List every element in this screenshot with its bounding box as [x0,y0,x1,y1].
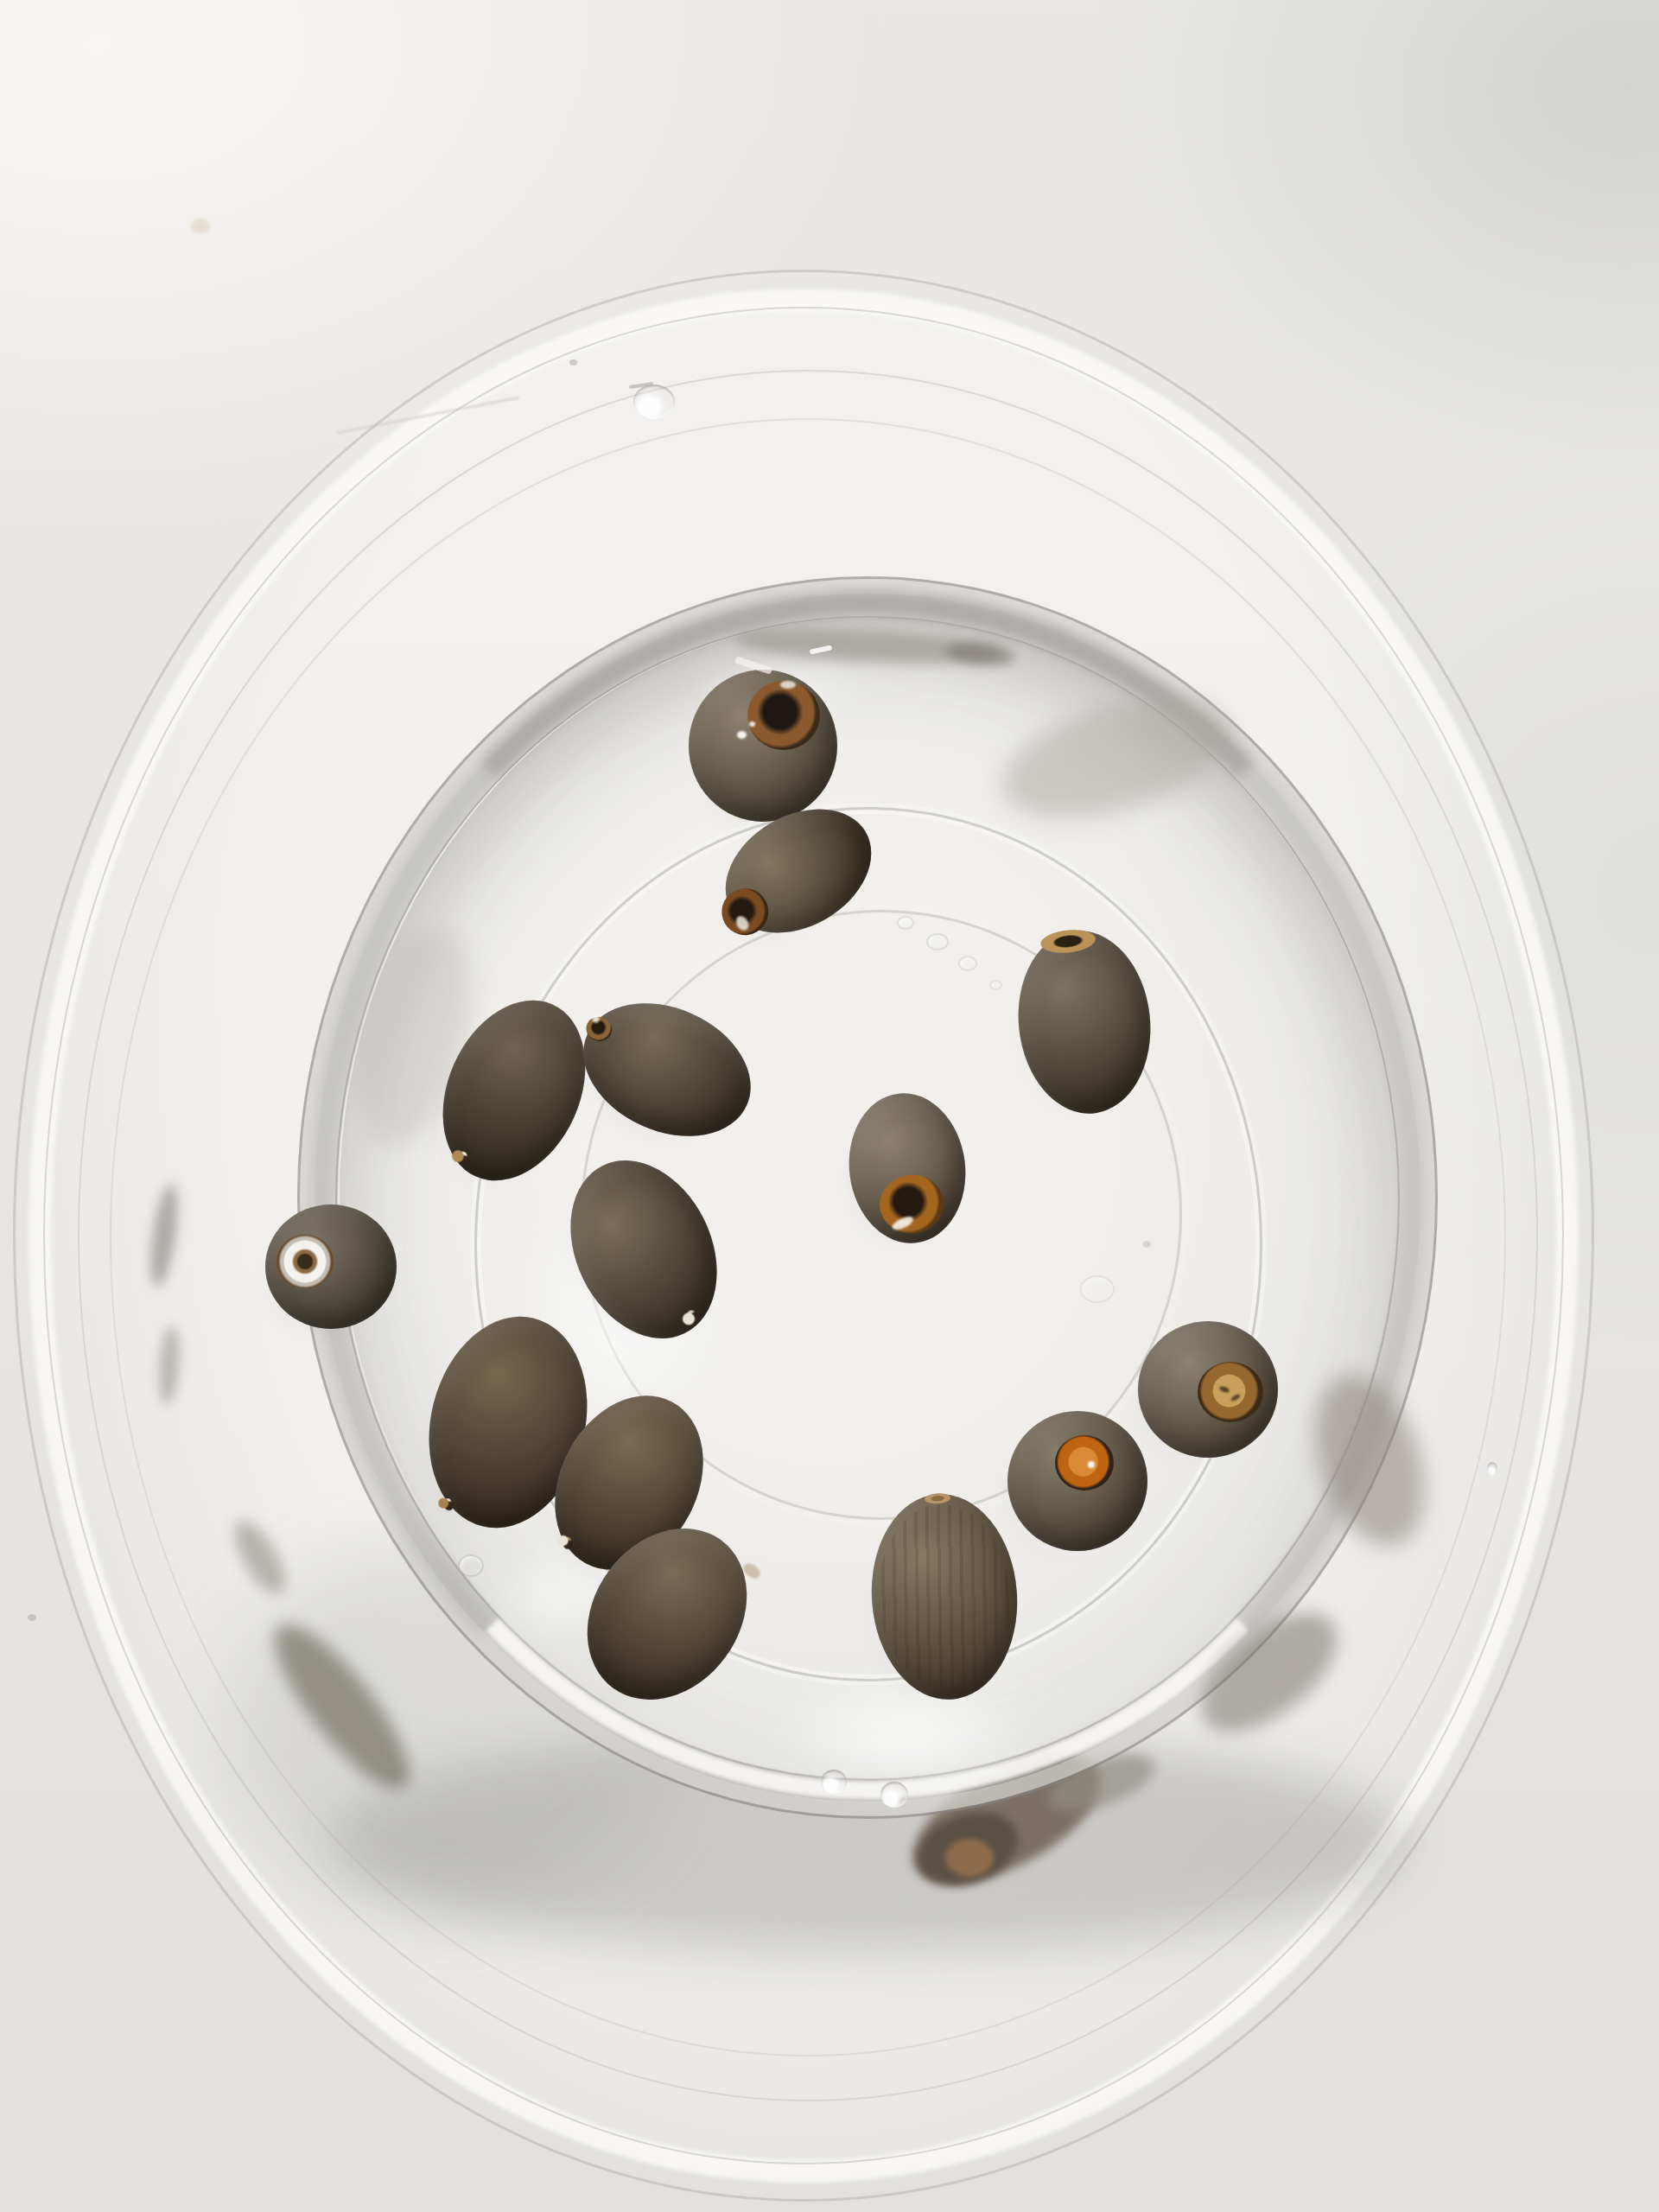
water-droplet-6 [458,1554,484,1577]
water-droplet-0 [633,385,675,419]
water-droplet-12 [1142,1241,1151,1248]
water-droplet-8 [926,933,949,950]
water-droplet-17 [28,1614,36,1621]
water-droplet-16 [336,396,519,434]
water-droplet-13 [810,645,833,654]
water-droplet-7 [897,916,914,930]
water-droplet-11 [1080,1275,1115,1303]
water-droplet-5 [880,1782,908,1808]
water-droplet-2 [569,359,577,365]
water-droplet-15 [191,219,210,234]
photo-lotus-seeds-in-bowl [0,0,1659,2212]
water-droplet-3 [1487,1462,1497,1476]
water-droplet-14 [734,656,772,674]
water-droplet-4 [821,1770,847,1794]
water-droplet-10 [989,980,1002,990]
water-droplet-9 [958,956,977,971]
droplets [0,0,1659,2212]
